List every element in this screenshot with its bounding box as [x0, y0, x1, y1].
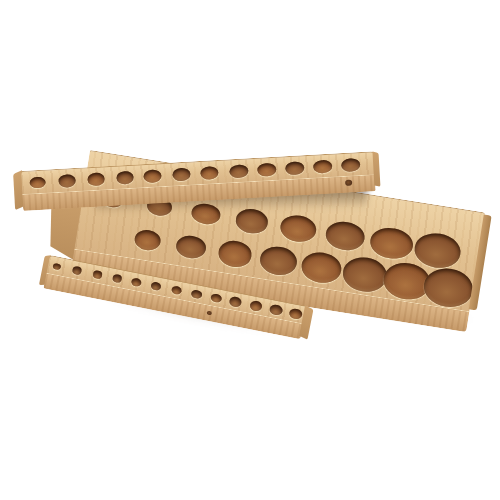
pit — [150, 281, 161, 291]
pit — [210, 293, 222, 304]
pit — [341, 255, 390, 295]
product-photo-stage — [0, 0, 500, 500]
pit — [268, 304, 283, 317]
upper-rack-pit-row — [21, 152, 373, 172]
pit — [229, 296, 243, 308]
pit — [71, 266, 81, 275]
pit — [143, 169, 162, 183]
pit — [112, 274, 122, 283]
pit — [133, 228, 162, 252]
wood-knot — [206, 311, 212, 316]
pit — [116, 171, 134, 184]
pit — [174, 233, 207, 260]
pit — [190, 289, 202, 300]
pit — [92, 270, 102, 279]
pit — [340, 158, 360, 173]
pit — [52, 263, 61, 271]
wood-knot — [345, 180, 352, 186]
pit — [249, 300, 263, 312]
pit — [258, 244, 299, 278]
pit — [131, 277, 142, 287]
pit — [171, 285, 182, 295]
pit — [288, 307, 303, 320]
pit — [29, 176, 46, 188]
pit — [421, 265, 475, 309]
pit — [299, 250, 343, 286]
pit — [172, 168, 191, 182]
pit — [278, 213, 318, 244]
pit — [323, 219, 366, 253]
pit — [256, 162, 276, 177]
pit — [412, 231, 463, 271]
pit — [312, 159, 332, 174]
pit — [216, 239, 253, 269]
pit — [228, 164, 248, 179]
upper-rack-right-end-face — [372, 151, 380, 186]
pit — [367, 225, 414, 262]
pit — [58, 174, 76, 187]
pit — [284, 161, 304, 176]
pit — [87, 173, 105, 186]
pit — [200, 166, 219, 180]
